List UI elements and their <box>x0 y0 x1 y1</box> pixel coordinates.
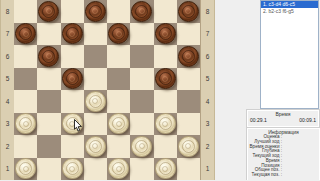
black-man-f8[interactable] <box>131 1 152 22</box>
black-man-g5[interactable] <box>155 68 176 89</box>
rank-label-1: 1 <box>1 158 14 181</box>
black-man-g7[interactable] <box>155 23 176 44</box>
square-b7 <box>37 23 60 46</box>
square-g4 <box>154 90 177 113</box>
rank-label-3: 3 <box>201 113 214 136</box>
rank-strip-left: 87654321 <box>0 0 15 180</box>
right-player-time: 00:09.1 <box>299 117 316 124</box>
rank-label-8: 8 <box>1 0 14 23</box>
square-a4 <box>14 90 37 113</box>
white-man-a1[interactable] <box>15 158 36 179</box>
square-b8[interactable] <box>37 0 60 23</box>
square-d3 <box>84 113 107 136</box>
square-f3 <box>130 113 153 136</box>
square-f1 <box>130 158 153 181</box>
square-e3[interactable] <box>107 113 130 136</box>
square-a8 <box>14 0 37 23</box>
rank-label-5: 5 <box>201 68 214 91</box>
info-title: Информация <box>247 128 320 135</box>
left-player-time: 00:29.1 <box>250 117 267 124</box>
square-e4 <box>107 90 130 113</box>
rank-label-1: 1 <box>201 158 214 181</box>
square-h1 <box>177 158 200 181</box>
rank-label-7: 7 <box>1 23 14 46</box>
square-d2[interactable] <box>84 135 107 158</box>
square-b3 <box>37 113 60 136</box>
square-h8[interactable] <box>177 0 200 23</box>
square-h6[interactable] <box>177 45 200 68</box>
black-man-b6[interactable] <box>38 46 59 67</box>
black-man-c5[interactable] <box>62 68 83 89</box>
square-d5 <box>84 68 107 91</box>
black-man-c7[interactable] <box>62 23 83 44</box>
square-e2 <box>107 135 130 158</box>
square-e1[interactable] <box>107 158 130 181</box>
square-d1 <box>84 158 107 181</box>
square-c7[interactable] <box>61 23 84 46</box>
move-list[interactable]: 1. c3-d4 d6-c52. b2-c3 f6-g5 <box>260 0 319 109</box>
white-man-d2[interactable] <box>85 136 106 157</box>
square-a7[interactable] <box>14 23 37 46</box>
square-g8 <box>154 0 177 23</box>
rank-label-6: 6 <box>1 45 14 68</box>
clock-panel: Время 00:29.1 00:09.1 <box>246 109 320 128</box>
rank-label-8: 8 <box>201 0 214 23</box>
square-b2[interactable] <box>37 135 60 158</box>
square-c1[interactable] <box>61 158 84 181</box>
black-man-a7[interactable] <box>15 23 36 44</box>
white-man-g1[interactable] <box>155 158 176 179</box>
square-b1 <box>37 158 60 181</box>
checkers-board[interactable] <box>14 0 200 180</box>
white-man-g3[interactable] <box>155 113 176 134</box>
white-man-c1[interactable] <box>62 158 83 179</box>
square-e8 <box>107 0 130 23</box>
rank-label-2: 2 <box>1 135 14 158</box>
square-a6 <box>14 45 37 68</box>
square-b5 <box>37 68 60 91</box>
black-man-b8[interactable] <box>38 1 59 22</box>
square-f2[interactable] <box>130 135 153 158</box>
white-man-d4[interactable] <box>85 91 106 112</box>
square-a5[interactable] <box>14 68 37 91</box>
square-c5[interactable] <box>61 68 84 91</box>
rank-label-3: 3 <box>1 113 14 136</box>
move-list-item-1[interactable]: 1. c3-d4 d6-c5 <box>261 1 318 8</box>
square-a1[interactable] <box>14 158 37 181</box>
square-b6[interactable] <box>37 45 60 68</box>
square-e5[interactable] <box>107 68 130 91</box>
rank-label-5: 5 <box>1 68 14 91</box>
black-man-h6[interactable] <box>178 46 199 67</box>
black-man-e7[interactable] <box>108 23 129 44</box>
white-man-e1[interactable] <box>108 158 129 179</box>
square-a2 <box>14 135 37 158</box>
square-h3 <box>177 113 200 136</box>
mouse-cursor <box>74 119 83 132</box>
square-g7[interactable] <box>154 23 177 46</box>
square-f5 <box>130 68 153 91</box>
white-man-f2[interactable] <box>131 136 152 157</box>
rank-label-2: 2 <box>201 135 214 158</box>
white-man-a3[interactable] <box>15 113 36 134</box>
rank-strip-right: 87654321 <box>200 0 215 180</box>
move-list-item-2[interactable]: 2. b2-c3 f6-g5 <box>261 8 318 15</box>
square-c2 <box>61 135 84 158</box>
clock-title: Время <box>247 110 319 117</box>
black-man-h8[interactable] <box>178 1 199 22</box>
square-d7 <box>84 23 107 46</box>
square-b4[interactable] <box>37 90 60 113</box>
square-d8[interactable] <box>84 0 107 23</box>
square-e7[interactable] <box>107 23 130 46</box>
square-h4[interactable] <box>177 90 200 113</box>
square-h7 <box>177 23 200 46</box>
rank-label-4: 4 <box>1 90 14 113</box>
square-d4[interactable] <box>84 90 107 113</box>
clock-times: 00:29.1 00:09.1 <box>247 117 319 124</box>
square-a3[interactable] <box>14 113 37 136</box>
rank-label-7: 7 <box>201 23 214 46</box>
white-man-e3[interactable] <box>108 113 129 134</box>
info-rows: Оценка :Лучший ход :Время оценки :Глубин… <box>247 135 320 178</box>
rank-label-6: 6 <box>201 45 214 68</box>
square-g1[interactable] <box>154 158 177 181</box>
square-h2[interactable] <box>177 135 200 158</box>
square-g5[interactable] <box>154 68 177 91</box>
info-label-9: Текущая поз. : <box>247 173 320 178</box>
square-e6 <box>107 45 130 68</box>
info-panel: Информация Оценка :Лучший ход :Время оце… <box>246 127 320 180</box>
square-c4 <box>61 90 84 113</box>
square-f7 <box>130 23 153 46</box>
square-f8[interactable] <box>130 0 153 23</box>
square-d6[interactable] <box>84 45 107 68</box>
square-c6 <box>61 45 84 68</box>
square-h5 <box>177 68 200 91</box>
checkers-app-window: 87654321 87654321 1. c3-d4 d6-c52. b2-c3… <box>0 0 320 180</box>
white-man-h2[interactable] <box>178 136 199 157</box>
square-c8 <box>61 0 84 23</box>
square-g3[interactable] <box>154 113 177 136</box>
square-g2 <box>154 135 177 158</box>
rank-label-4: 4 <box>201 90 214 113</box>
square-g6 <box>154 45 177 68</box>
square-f4[interactable] <box>130 90 153 113</box>
square-f6[interactable] <box>130 45 153 68</box>
black-man-d8[interactable] <box>85 1 106 22</box>
